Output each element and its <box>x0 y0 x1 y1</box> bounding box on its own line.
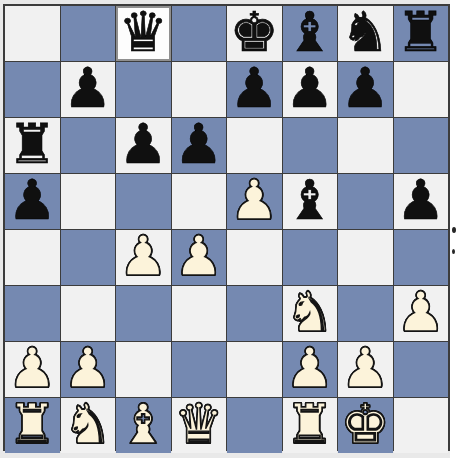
black-pawn-icon: ♟ <box>174 117 223 172</box>
square-g6[interactable] <box>338 118 393 173</box>
square-a2[interactable]: ♟ <box>5 342 60 397</box>
square-d1[interactable]: ♛ <box>172 398 227 453</box>
square-e6[interactable] <box>227 118 282 173</box>
white-knight-icon: ♞ <box>285 285 334 340</box>
square-b3[interactable] <box>61 286 116 341</box>
black-rook-icon: ♜ <box>8 117 57 172</box>
square-a1[interactable]: ♜ <box>5 398 60 453</box>
square-c2[interactable] <box>116 342 171 397</box>
square-c4[interactable]: ♟ <box>116 230 171 285</box>
white-pawn-icon: ♟ <box>285 341 334 396</box>
square-d5[interactable] <box>172 174 227 229</box>
square-e5[interactable]: ♟ <box>227 174 282 229</box>
square-b1[interactable]: ♞ <box>61 398 116 453</box>
square-a4[interactable] <box>5 230 60 285</box>
square-g2[interactable]: ♟ <box>338 342 393 397</box>
white-king-icon: ♚ <box>341 397 390 452</box>
square-f4[interactable] <box>283 230 338 285</box>
square-h5[interactable]: ♟ <box>394 174 449 229</box>
square-d6[interactable]: ♟ <box>172 118 227 173</box>
chess-board: ♛♚♝♞♜♟♟♟♟♜♟♟♟♟♝♟♟♟♞♟♟♟♟♟♜♞♝♛♜♚ <box>3 4 450 451</box>
square-d8[interactable] <box>172 6 227 61</box>
square-h7[interactable] <box>394 62 449 117</box>
square-g4[interactable] <box>338 230 393 285</box>
square-c6[interactable]: ♟ <box>116 118 171 173</box>
white-pawn-icon: ♟ <box>230 173 279 228</box>
square-c7[interactable] <box>116 62 171 117</box>
square-e2[interactable] <box>227 342 282 397</box>
square-d2[interactable] <box>172 342 227 397</box>
square-c1[interactable]: ♝ <box>116 398 171 453</box>
square-a3[interactable] <box>5 286 60 341</box>
clipped-side-panel <box>450 0 458 458</box>
black-knight-icon: ♞ <box>341 5 390 60</box>
white-pawn-icon: ♟ <box>8 341 57 396</box>
square-g7[interactable]: ♟ <box>338 62 393 117</box>
black-pawn-icon: ♟ <box>341 61 390 116</box>
square-b5[interactable] <box>61 174 116 229</box>
square-a6[interactable]: ♜ <box>5 118 60 173</box>
black-rook-icon: ♜ <box>396 5 445 60</box>
square-a5[interactable]: ♟ <box>5 174 60 229</box>
square-e4[interactable] <box>227 230 282 285</box>
white-queen-icon: ♛ <box>174 397 223 452</box>
black-bishop-icon: ♝ <box>285 173 334 228</box>
square-e3[interactable] <box>227 286 282 341</box>
black-pawn-icon: ♟ <box>63 61 112 116</box>
square-f1[interactable]: ♜ <box>283 398 338 453</box>
square-h1[interactable] <box>394 398 449 453</box>
white-knight-icon: ♞ <box>63 397 112 452</box>
white-pawn-icon: ♟ <box>174 229 223 284</box>
clipped-glyph-fragment <box>452 249 455 254</box>
square-b7[interactable]: ♟ <box>61 62 116 117</box>
square-b6[interactable] <box>61 118 116 173</box>
square-b8[interactable] <box>61 6 116 61</box>
white-pawn-icon: ♟ <box>341 341 390 396</box>
square-e8[interactable]: ♚ <box>227 6 282 61</box>
square-g8[interactable]: ♞ <box>338 6 393 61</box>
square-e7[interactable]: ♟ <box>227 62 282 117</box>
black-queen-icon: ♛ <box>119 5 168 60</box>
square-f5[interactable]: ♝ <box>283 174 338 229</box>
white-rook-icon: ♜ <box>8 397 57 452</box>
white-pawn-icon: ♟ <box>119 229 168 284</box>
square-g3[interactable] <box>338 286 393 341</box>
square-f8[interactable]: ♝ <box>283 6 338 61</box>
square-h8[interactable]: ♜ <box>394 6 449 61</box>
square-h6[interactable] <box>394 118 449 173</box>
square-d3[interactable] <box>172 286 227 341</box>
square-d4[interactable]: ♟ <box>172 230 227 285</box>
square-c5[interactable] <box>116 174 171 229</box>
square-a7[interactable] <box>5 62 60 117</box>
chess-app-window: { "game": "chess", "position": { "fen": … <box>0 0 458 458</box>
white-pawn-icon: ♟ <box>396 285 445 340</box>
square-f6[interactable] <box>283 118 338 173</box>
black-bishop-icon: ♝ <box>285 5 334 60</box>
square-f3[interactable]: ♞ <box>283 286 338 341</box>
square-a8[interactable] <box>5 6 60 61</box>
black-pawn-icon: ♟ <box>8 173 57 228</box>
square-b4[interactable] <box>61 230 116 285</box>
black-king-icon: ♚ <box>230 5 279 60</box>
white-pawn-icon: ♟ <box>63 341 112 396</box>
square-g5[interactable] <box>338 174 393 229</box>
white-rook-icon: ♜ <box>285 397 334 452</box>
square-f2[interactable]: ♟ <box>283 342 338 397</box>
square-c8[interactable]: ♛ <box>116 6 171 61</box>
square-e1[interactable] <box>227 398 282 453</box>
square-b2[interactable]: ♟ <box>61 342 116 397</box>
white-bishop-icon: ♝ <box>119 397 168 452</box>
black-pawn-icon: ♟ <box>396 173 445 228</box>
square-h2[interactable] <box>394 342 449 397</box>
clipped-glyph-fragment <box>452 227 456 233</box>
square-c3[interactable] <box>116 286 171 341</box>
black-pawn-icon: ♟ <box>119 117 168 172</box>
square-f7[interactable]: ♟ <box>283 62 338 117</box>
black-pawn-icon: ♟ <box>230 61 279 116</box>
black-pawn-icon: ♟ <box>285 61 334 116</box>
square-h4[interactable] <box>394 230 449 285</box>
square-h3[interactable]: ♟ <box>394 286 449 341</box>
square-g1[interactable]: ♚ <box>338 398 393 453</box>
square-d7[interactable] <box>172 62 227 117</box>
